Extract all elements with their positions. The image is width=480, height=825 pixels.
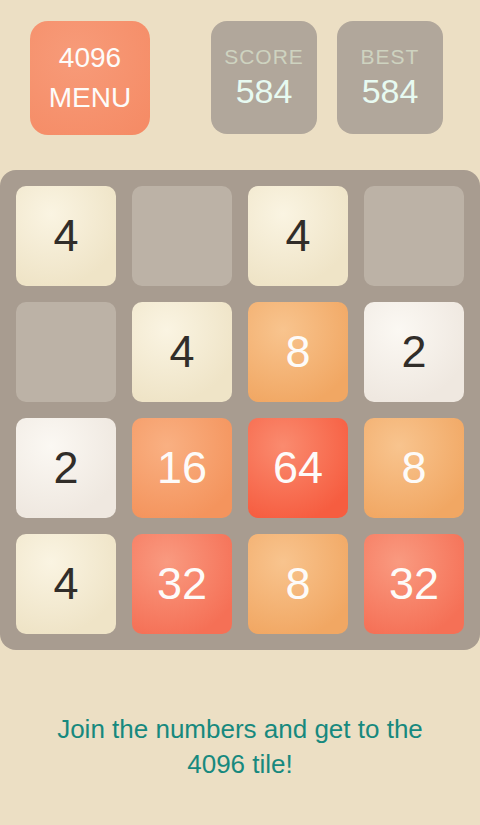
app-screen: 4096 MENU SCORE 584 BEST 584 4 4 4 8 2 2… — [0, 0, 480, 825]
board-cell: 8 — [248, 302, 348, 402]
game-board[interactable]: 4 4 4 8 2 2 16 64 8 4 32 8 32 — [0, 170, 480, 650]
score-label: SCORE — [224, 43, 304, 70]
score-value: 584 — [236, 70, 293, 113]
tagline-text: Join the numbers and get to the 4096 til… — [33, 712, 448, 782]
board-cell: 4 — [16, 534, 116, 634]
board-cell — [132, 186, 232, 286]
score-box: SCORE 584 — [211, 21, 317, 134]
board-cell: 8 — [364, 418, 464, 518]
menu-button-label: MENU — [49, 78, 131, 118]
board-cell: 64 — [248, 418, 348, 518]
board-cell: 32 — [364, 534, 464, 634]
board-cell — [16, 302, 116, 402]
board-cell: 4 — [16, 186, 116, 286]
board-cell: 8 — [248, 534, 348, 634]
board-cell: 2 — [364, 302, 464, 402]
board-cell: 4 — [248, 186, 348, 286]
menu-button-title: 4096 — [59, 38, 121, 78]
board-cell: 4 — [132, 302, 232, 402]
board-cell: 16 — [132, 418, 232, 518]
best-box: BEST 584 — [337, 21, 443, 134]
best-value: 584 — [362, 70, 419, 113]
board-cell: 32 — [132, 534, 232, 634]
tagline: Join the numbers and get to the 4096 til… — [0, 712, 480, 782]
menu-button[interactable]: 4096 MENU — [30, 21, 150, 135]
board-cell: 2 — [16, 418, 116, 518]
best-label: BEST — [361, 43, 420, 70]
board-cell — [364, 186, 464, 286]
